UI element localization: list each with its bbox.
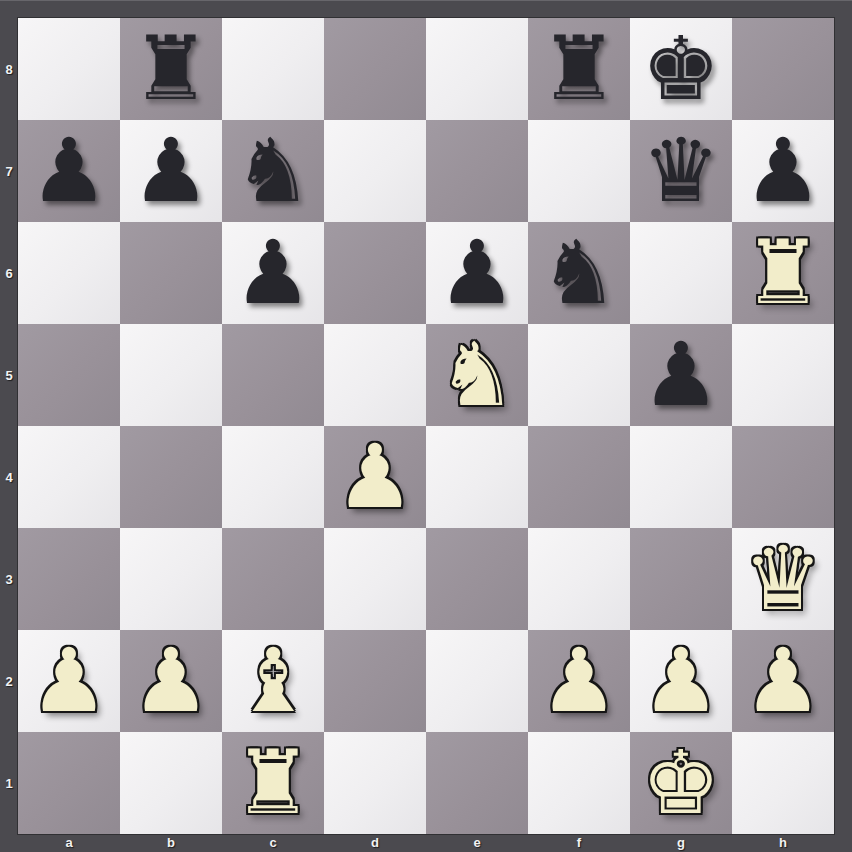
square-c1[interactable]: ♜ <box>222 732 324 834</box>
white-pawn-icon: ♟ <box>744 637 823 725</box>
square-a4[interactable] <box>18 426 120 528</box>
square-e5[interactable]: ♞ <box>426 324 528 426</box>
square-e6[interactable]: ♟ <box>426 222 528 324</box>
square-h7[interactable]: ♟ <box>732 120 834 222</box>
black-pawn-icon: ♟ <box>642 331 721 419</box>
square-c6[interactable]: ♟ <box>222 222 324 324</box>
white-knight-icon: ♞ <box>438 331 517 419</box>
file-label-c: c <box>222 833 324 852</box>
square-b1[interactable] <box>120 732 222 834</box>
square-f7[interactable] <box>528 120 630 222</box>
square-c8[interactable] <box>222 18 324 120</box>
square-a2[interactable]: ♟ <box>18 630 120 732</box>
square-g6[interactable] <box>630 222 732 324</box>
square-d7[interactable] <box>324 120 426 222</box>
white-bishop-icon: ♝ <box>234 637 313 725</box>
square-c7[interactable]: ♞ <box>222 120 324 222</box>
black-rook-icon: ♜ <box>132 25 211 113</box>
square-g7[interactable]: ♛ <box>630 120 732 222</box>
square-g8[interactable]: ♚ <box>630 18 732 120</box>
square-e1[interactable] <box>426 732 528 834</box>
square-e2[interactable] <box>426 630 528 732</box>
square-b4[interactable] <box>120 426 222 528</box>
black-pawn-icon: ♟ <box>234 229 313 317</box>
square-g2[interactable]: ♟ <box>630 630 732 732</box>
square-d8[interactable] <box>324 18 426 120</box>
rank-label-7: 7 <box>0 120 18 222</box>
square-h2[interactable]: ♟ <box>732 630 834 732</box>
black-knight-icon: ♞ <box>234 127 313 215</box>
black-king-icon: ♚ <box>642 25 721 113</box>
square-b8[interactable]: ♜ <box>120 18 222 120</box>
square-d4[interactable]: ♟ <box>324 426 426 528</box>
square-b3[interactable] <box>120 528 222 630</box>
black-queen-icon: ♛ <box>642 127 721 215</box>
square-f8[interactable]: ♜ <box>528 18 630 120</box>
rank-label-4: 4 <box>0 426 18 528</box>
square-h4[interactable] <box>732 426 834 528</box>
black-pawn-icon: ♟ <box>132 127 211 215</box>
square-f3[interactable] <box>528 528 630 630</box>
file-label-e: e <box>426 833 528 852</box>
rank-label-6: 6 <box>0 222 18 324</box>
square-h3[interactable]: ♛ <box>732 528 834 630</box>
square-e8[interactable] <box>426 18 528 120</box>
white-pawn-icon: ♟ <box>642 637 721 725</box>
square-b2[interactable]: ♟ <box>120 630 222 732</box>
square-h1[interactable] <box>732 732 834 834</box>
black-pawn-icon: ♟ <box>744 127 823 215</box>
square-b5[interactable] <box>120 324 222 426</box>
square-c3[interactable] <box>222 528 324 630</box>
square-a1[interactable] <box>18 732 120 834</box>
square-b6[interactable] <box>120 222 222 324</box>
rank-label-1: 1 <box>0 732 18 834</box>
chess-board-frame: ♜♜♚♟♟♞♛♟♟♟♞♜♞♟♟♛♟♟♝♟♟♟♜♚ 87654321abcdefg… <box>0 0 852 852</box>
file-label-a: a <box>18 833 120 852</box>
file-label-f: f <box>528 833 630 852</box>
black-knight-icon: ♞ <box>540 229 619 317</box>
white-queen-icon: ♛ <box>744 535 823 623</box>
square-e3[interactable] <box>426 528 528 630</box>
square-f2[interactable]: ♟ <box>528 630 630 732</box>
square-e4[interactable] <box>426 426 528 528</box>
square-a8[interactable] <box>18 18 120 120</box>
square-c5[interactable] <box>222 324 324 426</box>
square-g4[interactable] <box>630 426 732 528</box>
square-d5[interactable] <box>324 324 426 426</box>
rank-label-8: 8 <box>0 18 18 120</box>
file-label-b: b <box>120 833 222 852</box>
rank-label-2: 2 <box>0 630 18 732</box>
white-pawn-icon: ♟ <box>540 637 619 725</box>
square-e7[interactable] <box>426 120 528 222</box>
white-pawn-icon: ♟ <box>132 637 211 725</box>
square-b7[interactable]: ♟ <box>120 120 222 222</box>
file-label-h: h <box>732 833 834 852</box>
black-rook-icon: ♜ <box>540 25 619 113</box>
square-g3[interactable] <box>630 528 732 630</box>
square-c2[interactable]: ♝ <box>222 630 324 732</box>
black-pawn-icon: ♟ <box>30 127 109 215</box>
chess-board: ♜♜♚♟♟♞♛♟♟♟♞♜♞♟♟♛♟♟♝♟♟♟♜♚ <box>18 18 834 834</box>
square-f6[interactable]: ♞ <box>528 222 630 324</box>
square-d6[interactable] <box>324 222 426 324</box>
white-pawn-icon: ♟ <box>30 637 109 725</box>
square-c4[interactable] <box>222 426 324 528</box>
rank-label-3: 3 <box>0 528 18 630</box>
rank-label-5: 5 <box>0 324 18 426</box>
square-h5[interactable] <box>732 324 834 426</box>
square-a6[interactable] <box>18 222 120 324</box>
square-g5[interactable]: ♟ <box>630 324 732 426</box>
square-a5[interactable] <box>18 324 120 426</box>
square-f1[interactable] <box>528 732 630 834</box>
black-pawn-icon: ♟ <box>438 229 517 317</box>
square-d2[interactable] <box>324 630 426 732</box>
file-label-g: g <box>630 833 732 852</box>
square-a7[interactable]: ♟ <box>18 120 120 222</box>
square-d1[interactable] <box>324 732 426 834</box>
white-king-icon: ♚ <box>642 739 721 827</box>
square-g1[interactable]: ♚ <box>630 732 732 834</box>
white-rook-icon: ♜ <box>234 739 313 827</box>
white-rook-icon: ♜ <box>744 229 823 317</box>
square-h8[interactable] <box>732 18 834 120</box>
square-f5[interactable] <box>528 324 630 426</box>
square-d3[interactable] <box>324 528 426 630</box>
square-f4[interactable] <box>528 426 630 528</box>
white-pawn-icon: ♟ <box>336 433 415 521</box>
square-a3[interactable] <box>18 528 120 630</box>
file-label-d: d <box>324 833 426 852</box>
square-h6[interactable]: ♜ <box>732 222 834 324</box>
